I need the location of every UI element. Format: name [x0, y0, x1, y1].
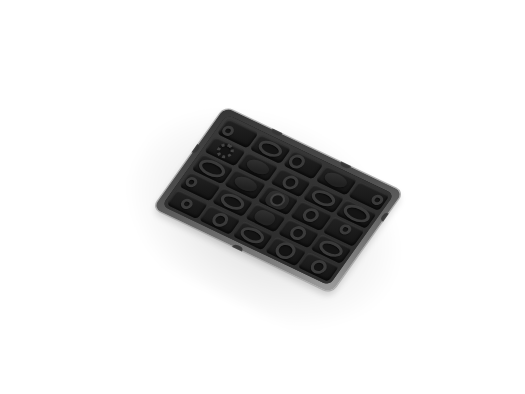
cavity-ring [280, 173, 302, 192]
cavity-ring [287, 224, 309, 243]
cavity-ring [285, 152, 307, 171]
cavity-oval [322, 170, 350, 191]
cavity-donut [369, 193, 385, 207]
cavity-bigring [272, 240, 300, 263]
cavity-ovalring [238, 224, 268, 247]
cavity-donut [183, 175, 199, 189]
cavity-donut [179, 197, 195, 211]
photo-canvas [0, 0, 525, 394]
cavity-oval [244, 156, 272, 177]
cavity-oval [231, 174, 259, 195]
cavity-donut [337, 223, 353, 237]
cavity-ring [307, 257, 329, 276]
cavity-ring [209, 210, 231, 229]
cavity-scallop [213, 141, 237, 161]
cavity-inner-donut [268, 191, 289, 208]
cavity-donut [220, 124, 236, 138]
cavity-ring [300, 206, 322, 225]
cavity-dome [252, 208, 278, 228]
